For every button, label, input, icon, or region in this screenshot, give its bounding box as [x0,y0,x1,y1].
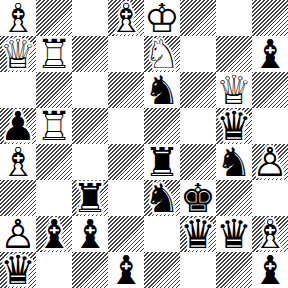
black-bishop-b2: ♝♝ [36,216,72,252]
square-h2[interactable]: ♝♗ [252,216,288,252]
square-c1[interactable] [72,252,108,288]
square-f8[interactable] [180,0,216,36]
piece-halo: ♝ [252,36,288,72]
white-queen-a7: ♛♕ [0,36,36,72]
square-e6[interactable]: ♞♞ [144,72,180,108]
square-a3[interactable] [0,180,36,216]
square-f3[interactable]: ♚♚ [180,180,216,216]
black-knight-e6: ♞♞ [144,72,180,108]
white-queen-g6: ♛♕ [216,72,252,108]
white-rook-icon: ♖ [36,36,72,72]
white-knight-e7: ♞♘ [144,36,180,72]
black-knight-icon: ♞ [216,144,252,180]
piece-halo: ♛ [216,72,252,108]
black-bishop-h7: ♝♝ [252,36,288,72]
black-pawn-icon: ♟ [0,108,36,144]
square-e1[interactable] [144,252,180,288]
black-rook-e4: ♜♜ [144,144,180,180]
square-h8[interactable] [252,0,288,36]
square-a2[interactable]: ♟♙ [0,216,36,252]
piece-halo: ♜ [144,144,180,180]
piece-halo: ♟ [252,144,288,180]
white-pawn-icon: ♙ [252,144,288,180]
piece-halo: ♜ [72,180,108,216]
white-bishop-icon: ♗ [0,0,36,36]
black-queen-f2: ♛♛ [180,216,216,252]
square-d1[interactable]: ♝♝ [108,252,144,288]
square-e4[interactable]: ♜♜ [144,144,180,180]
black-queen-icon: ♛ [0,252,36,288]
piece-halo: ♝ [0,0,36,36]
piece-halo: ♚ [180,180,216,216]
square-d8[interactable]: ♝♗ [108,0,144,36]
black-rook-icon: ♜ [72,180,108,216]
piece-halo: ♞ [216,144,252,180]
square-f4[interactable] [180,144,216,180]
white-rook-icon: ♖ [36,108,72,144]
square-g6[interactable]: ♛♕ [216,72,252,108]
piece-halo: ♛ [216,108,252,144]
black-queen-icon: ♛ [180,216,216,252]
square-a6[interactable] [0,72,36,108]
square-d5[interactable] [108,108,144,144]
black-bishop-h1: ♝♝ [252,252,288,288]
square-h6[interactable] [252,72,288,108]
square-e8[interactable]: ♚♔ [144,0,180,36]
piece-halo: ♜ [36,108,72,144]
piece-halo: ♟ [0,216,36,252]
black-bishop-icon: ♝ [252,252,288,288]
square-e7[interactable]: ♞♘ [144,36,180,72]
square-f5[interactable] [180,108,216,144]
piece-halo: ♝ [36,216,72,252]
square-b5[interactable]: ♜♖ [36,108,72,144]
black-queen-icon: ♛ [216,108,252,144]
black-bishop-d1: ♝♝ [108,252,144,288]
piece-halo: ♝ [108,0,144,36]
black-bishop-icon: ♝ [72,216,108,252]
piece-halo: ♝ [252,252,288,288]
square-c8[interactable] [72,0,108,36]
square-a8[interactable]: ♝♗ [0,0,36,36]
black-pawn-a5: ♟♟ [0,108,36,144]
square-c5[interactable] [72,108,108,144]
square-f6[interactable] [180,72,216,108]
white-bishop-h2: ♝♗ [252,216,288,252]
square-h1[interactable]: ♝♝ [252,252,288,288]
piece-halo: ♛ [216,216,252,252]
square-c6[interactable] [72,72,108,108]
white-pawn-icon: ♙ [0,216,36,252]
square-g1[interactable] [216,252,252,288]
piece-halo: ♞ [144,180,180,216]
square-c7[interactable] [72,36,108,72]
black-bishop-icon: ♝ [108,252,144,288]
black-king-icon: ♚ [180,180,216,216]
square-c4[interactable] [72,144,108,180]
piece-halo: ♝ [252,216,288,252]
black-knight-icon: ♞ [144,180,180,216]
square-f7[interactable] [180,36,216,72]
piece-halo: ♜ [36,36,72,72]
white-bishop-a8: ♝♗ [0,0,36,36]
square-g7[interactable] [216,36,252,72]
white-rook-b7: ♜♖ [36,36,72,72]
black-rook-icon: ♜ [144,144,180,180]
white-queen-icon: ♕ [216,72,252,108]
square-g2[interactable]: ♛♛ [216,216,252,252]
white-rook-b5: ♜♖ [36,108,72,144]
piece-halo: ♛ [0,36,36,72]
piece-halo: ♝ [108,252,144,288]
white-pawn-a2: ♟♙ [0,216,36,252]
square-b8[interactable] [36,0,72,36]
white-knight-icon: ♘ [144,36,180,72]
square-b2[interactable]: ♝♝ [36,216,72,252]
square-d3[interactable] [108,180,144,216]
square-d4[interactable] [108,144,144,180]
square-e5[interactable] [144,108,180,144]
piece-halo: ♛ [180,216,216,252]
square-b7[interactable]: ♜♖ [36,36,72,72]
piece-halo: ♝ [0,144,36,180]
white-bishop-d8: ♝♗ [108,0,144,36]
square-c2[interactable]: ♝♝ [72,216,108,252]
black-queen-a1: ♛♛ [0,252,36,288]
square-b6[interactable] [36,72,72,108]
black-knight-g4: ♞♞ [216,144,252,180]
white-king-e8: ♚♔ [144,0,180,36]
piece-halo: ♛ [0,252,36,288]
piece-halo: ♞ [144,36,180,72]
square-a5[interactable]: ♟♟ [0,108,36,144]
chess-board: ♝♗♝♗♚♔♛♕♜♖♞♘♝♝♞♞♛♕♟♟♜♖♛♛♝♗♜♜♞♞♟♙♜♜♞♞♚♚♟♙… [0,0,288,288]
square-e2[interactable] [144,216,180,252]
black-king-f3: ♚♚ [180,180,216,216]
square-f1[interactable] [180,252,216,288]
black-queen-icon: ♛ [216,216,252,252]
square-g3[interactable] [216,180,252,216]
piece-halo: ♟ [0,108,36,144]
square-d7[interactable] [108,36,144,72]
square-c3[interactable]: ♜♜ [72,180,108,216]
square-h5[interactable] [252,108,288,144]
white-queen-icon: ♕ [0,36,36,72]
white-bishop-icon: ♗ [108,0,144,36]
piece-halo: ♞ [144,72,180,108]
square-f2[interactable]: ♛♛ [180,216,216,252]
white-bishop-icon: ♗ [0,144,36,180]
square-h4[interactable]: ♟♙ [252,144,288,180]
square-b3[interactable] [36,180,72,216]
square-g5[interactable]: ♛♛ [216,108,252,144]
piece-halo: ♚ [144,0,180,36]
square-d2[interactable] [108,216,144,252]
square-h7[interactable]: ♝♝ [252,36,288,72]
square-g8[interactable] [216,0,252,36]
black-knight-icon: ♞ [144,72,180,108]
black-rook-c3: ♜♜ [72,180,108,216]
white-king-icon: ♔ [144,0,180,36]
square-h3[interactable] [252,180,288,216]
black-bishop-icon: ♝ [252,36,288,72]
square-a1[interactable]: ♛♛ [0,252,36,288]
black-queen-g2: ♛♛ [216,216,252,252]
white-bishop-icon: ♗ [252,216,288,252]
square-a7[interactable]: ♛♕ [0,36,36,72]
white-pawn-h4: ♟♙ [252,144,288,180]
black-bishop-icon: ♝ [36,216,72,252]
square-b1[interactable] [36,252,72,288]
piece-halo: ♝ [72,216,108,252]
square-b4[interactable] [36,144,72,180]
black-knight-e3: ♞♞ [144,180,180,216]
square-d6[interactable] [108,72,144,108]
square-a4[interactable]: ♝♗ [0,144,36,180]
square-e3[interactable]: ♞♞ [144,180,180,216]
black-bishop-c2: ♝♝ [72,216,108,252]
white-bishop-a4: ♝♗ [0,144,36,180]
black-queen-g5: ♛♛ [216,108,252,144]
square-g4[interactable]: ♞♞ [216,144,252,180]
